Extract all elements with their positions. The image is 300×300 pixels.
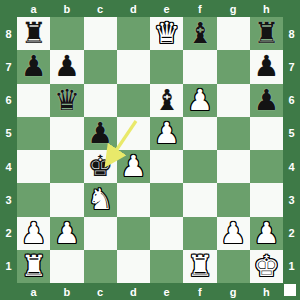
piece-white-rook-a1: ♜ — [21, 252, 47, 281]
square-g3[interactable] — [217, 183, 250, 216]
piece-black-pawn-h6: ♟ — [253, 86, 279, 115]
square-e3[interactable] — [150, 183, 183, 216]
rank-label-5: 5 — [283, 117, 300, 150]
square-h4[interactable] — [250, 150, 283, 183]
rank-label-4: 4 — [0, 150, 17, 183]
square-b6[interactable]: ♛ — [50, 84, 83, 117]
file-labels-top: abcdefgh — [17, 0, 283, 17]
square-d6[interactable] — [117, 84, 150, 117]
square-d3[interactable] — [117, 183, 150, 216]
rank-label-8: 8 — [283, 17, 300, 50]
square-g6[interactable] — [217, 84, 250, 117]
piece-black-bishop-f8: ♝ — [187, 19, 213, 48]
square-a4[interactable] — [17, 150, 50, 183]
square-e6[interactable]: ♝ — [150, 84, 183, 117]
square-c7[interactable] — [84, 50, 117, 83]
square-c5[interactable]: ♟ — [84, 117, 117, 150]
piece-black-king-c4: ♚ — [87, 152, 113, 181]
square-e8[interactable]: ♛ — [150, 17, 183, 50]
file-label-c: c — [84, 0, 117, 17]
piece-white-pawn-g2: ♟ — [220, 219, 246, 248]
square-g7[interactable] — [217, 50, 250, 83]
square-d8[interactable] — [117, 17, 150, 50]
piece-black-rook-a8: ♜ — [21, 19, 47, 48]
chess-diagram: abcdefgh abcdefgh 87654321 87654321 ♜♛♝♜… — [0, 0, 300, 300]
square-d2[interactable] — [117, 217, 150, 250]
piece-white-pawn-h2: ♟ — [253, 219, 279, 248]
square-a8[interactable]: ♜ — [17, 17, 50, 50]
file-label-b: b — [50, 0, 83, 17]
rank-label-1: 1 — [283, 250, 300, 283]
square-f5[interactable] — [183, 117, 216, 150]
rank-labels-left: 87654321 — [0, 17, 17, 283]
piece-white-rook-f1: ♜ — [187, 252, 213, 281]
rank-label-7: 7 — [0, 50, 17, 83]
file-label-e: e — [150, 283, 183, 300]
chess-board: ♜♛♝♜♟♟♟♛♝♟♟♟♟♚♟♞♟♟♟♟♜♜♚ — [17, 17, 283, 283]
square-f4[interactable] — [183, 150, 216, 183]
rank-label-7: 7 — [283, 50, 300, 83]
square-d4[interactable]: ♟ — [117, 150, 150, 183]
square-e2[interactable] — [150, 217, 183, 250]
rank-label-8: 8 — [0, 17, 17, 50]
file-label-g: g — [217, 0, 250, 17]
square-e1[interactable] — [150, 250, 183, 283]
square-c1[interactable] — [84, 250, 117, 283]
square-a3[interactable] — [17, 183, 50, 216]
file-label-a: a — [17, 0, 50, 17]
square-h2[interactable]: ♟ — [250, 217, 283, 250]
square-h8[interactable]: ♜ — [250, 17, 283, 50]
file-label-h: h — [250, 0, 283, 17]
file-label-d: d — [117, 283, 150, 300]
square-c2[interactable] — [84, 217, 117, 250]
piece-white-pawn-a2: ♟ — [21, 219, 47, 248]
piece-white-king-h1: ♚ — [253, 252, 279, 281]
rank-label-6: 6 — [283, 84, 300, 117]
square-b8[interactable] — [50, 17, 83, 50]
square-h6[interactable]: ♟ — [250, 84, 283, 117]
rank-label-3: 3 — [0, 183, 17, 216]
rank-label-1: 1 — [0, 250, 17, 283]
file-label-g: g — [217, 283, 250, 300]
square-b4[interactable] — [50, 150, 83, 183]
square-g2[interactable]: ♟ — [217, 217, 250, 250]
square-b3[interactable] — [50, 183, 83, 216]
piece-white-pawn-e5: ♟ — [154, 119, 180, 148]
file-label-f: f — [183, 283, 216, 300]
square-a6[interactable] — [17, 84, 50, 117]
piece-black-pawn-a7: ♟ — [21, 52, 47, 81]
square-e4[interactable] — [150, 150, 183, 183]
square-f6[interactable]: ♟ — [183, 84, 216, 117]
piece-white-pawn-d4: ♟ — [120, 152, 146, 181]
file-label-d: d — [117, 0, 150, 17]
file-label-f: f — [183, 0, 216, 17]
piece-black-pawn-h7: ♟ — [253, 52, 279, 81]
square-d1[interactable] — [117, 250, 150, 283]
square-b7[interactable]: ♟ — [50, 50, 83, 83]
square-b1[interactable] — [50, 250, 83, 283]
square-b5[interactable] — [50, 117, 83, 150]
rank-label-3: 3 — [283, 183, 300, 216]
square-f7[interactable] — [183, 50, 216, 83]
rank-labels-right: 87654321 — [283, 17, 300, 283]
file-labels-bottom: abcdefgh — [17, 283, 283, 300]
file-label-b: b — [50, 283, 83, 300]
rank-label-2: 2 — [0, 217, 17, 250]
file-label-h: h — [250, 283, 283, 300]
piece-black-pawn-c5: ♟ — [87, 119, 113, 148]
rank-label-5: 5 — [0, 117, 17, 150]
piece-black-bishop-e6: ♝ — [154, 86, 180, 115]
rank-label-4: 4 — [283, 150, 300, 183]
square-h7[interactable]: ♟ — [250, 50, 283, 83]
square-a5[interactable] — [17, 117, 50, 150]
square-c4[interactable]: ♚ — [84, 150, 117, 183]
square-c8[interactable] — [84, 17, 117, 50]
square-e7[interactable] — [150, 50, 183, 83]
piece-white-pawn-f6: ♟ — [187, 86, 213, 115]
square-f1[interactable]: ♜ — [183, 250, 216, 283]
piece-white-knight-c3: ♞ — [87, 185, 113, 214]
rank-label-6: 6 — [0, 84, 17, 117]
square-h5[interactable] — [250, 117, 283, 150]
square-a1[interactable]: ♜ — [17, 250, 50, 283]
square-f8[interactable]: ♝ — [183, 17, 216, 50]
file-label-e: e — [150, 0, 183, 17]
square-d5[interactable] — [117, 117, 150, 150]
piece-white-queen-e8: ♛ — [154, 19, 180, 48]
piece-black-queen-b6: ♛ — [54, 86, 80, 115]
square-g5[interactable] — [217, 117, 250, 150]
piece-white-pawn-b2: ♟ — [54, 219, 80, 248]
square-g8[interactable] — [217, 17, 250, 50]
square-f2[interactable] — [183, 217, 216, 250]
square-c6[interactable] — [84, 84, 117, 117]
square-d7[interactable] — [117, 50, 150, 83]
square-g1[interactable] — [217, 250, 250, 283]
square-f3[interactable] — [183, 183, 216, 216]
corner-square-marker — [284, 284, 296, 296]
rank-label-2: 2 — [283, 217, 300, 250]
square-c3[interactable]: ♞ — [84, 183, 117, 216]
file-label-a: a — [17, 283, 50, 300]
square-h1[interactable]: ♚ — [250, 250, 283, 283]
piece-black-pawn-b7: ♟ — [54, 52, 80, 81]
square-h3[interactable] — [250, 183, 283, 216]
piece-black-rook-h8: ♜ — [253, 19, 279, 48]
square-b2[interactable]: ♟ — [50, 217, 83, 250]
square-a2[interactable]: ♟ — [17, 217, 50, 250]
square-a7[interactable]: ♟ — [17, 50, 50, 83]
file-label-c: c — [84, 283, 117, 300]
square-e5[interactable]: ♟ — [150, 117, 183, 150]
square-g4[interactable] — [217, 150, 250, 183]
